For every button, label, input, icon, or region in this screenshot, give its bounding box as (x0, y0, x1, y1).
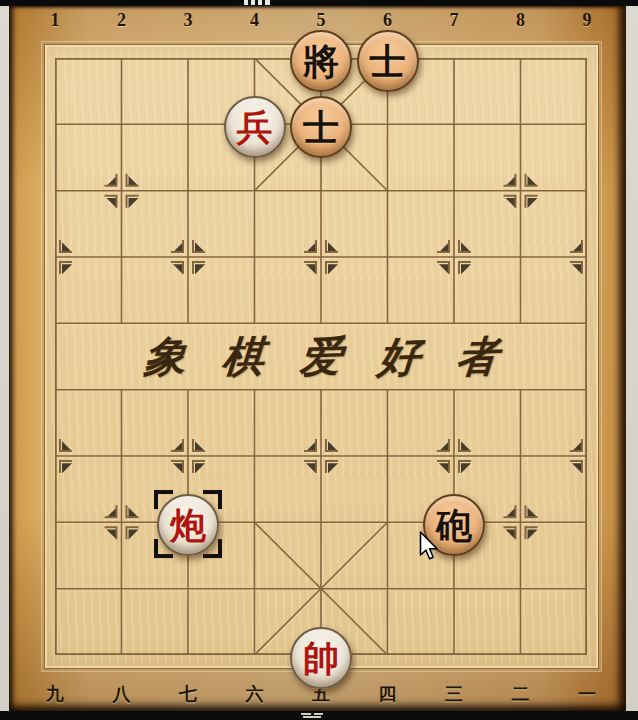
black-advisor-piece[interactable]: 士 (357, 30, 419, 92)
board-point-6-1: 士 (354, 25, 421, 91)
red-soldier-glyph: 兵 (237, 98, 273, 156)
cut-off-overlay-text-top (244, 0, 270, 5)
red-general-glyph: 帥 (303, 629, 339, 687)
black-general-glyph: 將 (303, 32, 339, 90)
board-point-5-10: 帥 (288, 622, 355, 688)
black-advisor-piece[interactable]: 士 (290, 96, 352, 158)
cut-off-overlay-text-bottom (301, 713, 325, 719)
red-soldier-piece[interactable]: 兵 (224, 96, 286, 158)
red-cannon-piece[interactable]: 炮 (157, 494, 219, 556)
board-point-3-8: 炮 (155, 489, 222, 555)
black-advisor-glyph: 士 (303, 98, 339, 156)
mouse-cursor-icon (419, 531, 441, 563)
window-edge-right (626, 6, 638, 711)
red-cannon-glyph: 炮 (170, 496, 206, 554)
red-general-piece[interactable]: 帥 (290, 627, 352, 689)
pieces-layer: 將士兵士炮砲帥 (22, 25, 621, 688)
xiangqi-app-window: 123456789 九八七六五四三二一 象棋爱好者 將士兵士炮砲帥 (0, 0, 638, 720)
window-edge-left (0, 6, 9, 711)
black-general-piece[interactable]: 將 (290, 30, 352, 92)
black-advisor-glyph: 士 (370, 32, 406, 90)
board-point-4-2: 兵 (221, 91, 288, 157)
board-point-5-2: 士 (288, 91, 355, 157)
black-cannon-glyph: 砲 (436, 496, 472, 554)
board-point-5-1: 將 (288, 25, 355, 91)
